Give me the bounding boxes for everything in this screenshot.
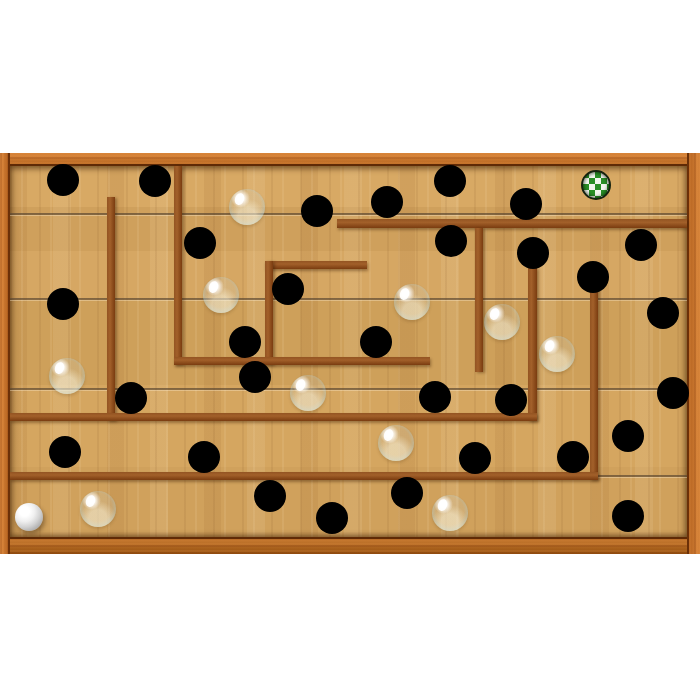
hole bbox=[657, 377, 689, 409]
items-layer bbox=[0, 0, 700, 700]
maze-wall bbox=[174, 357, 430, 365]
hole bbox=[47, 288, 79, 320]
hole bbox=[360, 326, 392, 358]
maze-wall bbox=[107, 197, 115, 421]
maze-wall bbox=[337, 219, 687, 228]
hole bbox=[625, 229, 657, 261]
target-hole bbox=[581, 170, 611, 200]
hole bbox=[316, 502, 348, 534]
hole bbox=[459, 442, 491, 474]
hole bbox=[495, 384, 527, 416]
maze-wall bbox=[475, 228, 483, 372]
hole bbox=[435, 225, 467, 257]
hole bbox=[229, 326, 261, 358]
hole bbox=[647, 297, 679, 329]
bubble bbox=[394, 284, 430, 320]
maze-wall bbox=[528, 268, 537, 421]
bubble bbox=[229, 189, 265, 225]
hole bbox=[391, 477, 423, 509]
maze-wall bbox=[265, 261, 367, 269]
hole bbox=[517, 237, 549, 269]
hole bbox=[115, 382, 147, 414]
maze-wall bbox=[10, 413, 537, 421]
hole bbox=[139, 165, 171, 197]
hole bbox=[301, 195, 333, 227]
maze-wall bbox=[10, 472, 598, 480]
bubble bbox=[539, 336, 575, 372]
maze-wall bbox=[174, 166, 182, 365]
bubble bbox=[432, 495, 468, 531]
ball[interactable] bbox=[15, 503, 43, 531]
bubble bbox=[290, 375, 326, 411]
hole bbox=[419, 381, 451, 413]
bubble bbox=[80, 491, 116, 527]
hole bbox=[239, 361, 271, 393]
bubble bbox=[203, 277, 239, 313]
hole bbox=[612, 500, 644, 532]
hole bbox=[272, 273, 304, 305]
hole bbox=[184, 227, 216, 259]
maze-wall bbox=[590, 287, 598, 480]
bubble bbox=[49, 358, 85, 394]
bubble bbox=[484, 304, 520, 340]
hole bbox=[371, 186, 403, 218]
hole bbox=[434, 165, 466, 197]
hole bbox=[188, 441, 220, 473]
hole bbox=[577, 261, 609, 293]
hole bbox=[510, 188, 542, 220]
hole bbox=[254, 480, 286, 512]
hole bbox=[49, 436, 81, 468]
hole bbox=[557, 441, 589, 473]
hole bbox=[47, 164, 79, 196]
bubble bbox=[378, 425, 414, 461]
maze-wall bbox=[265, 261, 273, 365]
hole bbox=[612, 420, 644, 452]
